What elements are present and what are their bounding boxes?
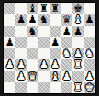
square-f2[interactable]: ♟: [61, 71, 72, 82]
square-c3[interactable]: [27, 59, 38, 70]
square-e3[interactable]: ♟: [50, 59, 61, 70]
square-b1[interactable]: [15, 82, 26, 93]
black-pawn-piece: ♟: [16, 14, 26, 25]
white-bishop-piece: ♝: [73, 14, 83, 25]
white-pawn-piece: ♟: [39, 59, 49, 70]
black-pawn-piece: ♟: [5, 37, 15, 48]
square-h4[interactable]: ♞: [84, 48, 95, 59]
black-knight-piece: ♞: [28, 26, 38, 37]
black-rook-piece: ♜: [39, 3, 49, 14]
square-d2[interactable]: [38, 71, 49, 82]
square-c4[interactable]: [27, 48, 38, 59]
square-c6[interactable]: ♞: [27, 26, 38, 37]
square-g2[interactable]: [72, 71, 83, 82]
white-pawn-piece: ♟: [5, 59, 15, 70]
square-g7[interactable]: ♝: [72, 14, 83, 25]
square-b3[interactable]: ♟: [15, 59, 26, 70]
square-a8[interactable]: [4, 3, 15, 14]
square-b2[interactable]: ♟: [15, 71, 26, 82]
square-h5[interactable]: [84, 37, 95, 48]
black-knight-piece: ♞: [39, 14, 49, 25]
square-d8[interactable]: ♜: [38, 3, 49, 14]
square-h2[interactable]: ♟: [84, 71, 95, 82]
white-pawn-piece: ♟: [84, 71, 94, 82]
square-e7[interactable]: [50, 14, 61, 25]
white-bishop-piece: ♝: [50, 71, 60, 82]
white-pawn-piece: ♟: [16, 71, 26, 82]
white-queen-piece: ♛: [28, 71, 38, 82]
black-pawn-piece: ♟: [50, 37, 60, 48]
square-g3[interactable]: ♜: [72, 59, 83, 70]
square-e2[interactable]: ♝: [50, 71, 61, 82]
white-rook-piece: ♜: [73, 82, 83, 93]
square-b4[interactable]: [15, 48, 26, 59]
square-a5[interactable]: ♟: [4, 37, 15, 48]
square-f1[interactable]: [61, 82, 72, 93]
square-c5[interactable]: [27, 37, 38, 48]
square-f3[interactable]: [61, 59, 72, 70]
square-g1[interactable]: ♜: [72, 82, 83, 93]
square-e1[interactable]: [50, 82, 61, 93]
white-pawn-piece: ♟: [62, 71, 72, 82]
square-c2[interactable]: ♛: [27, 71, 38, 82]
square-f7[interactable]: ♛: [61, 14, 72, 25]
white-pawn-piece: ♟: [50, 59, 60, 70]
square-c8[interactable]: ♝: [27, 3, 38, 14]
square-a3[interactable]: ♟: [4, 59, 15, 70]
square-a2[interactable]: [4, 71, 15, 82]
black-queen-piece: ♛: [62, 14, 72, 25]
square-g8[interactable]: ♚: [72, 3, 83, 14]
square-f6[interactable]: ♟: [61, 26, 72, 37]
square-d4[interactable]: [38, 48, 49, 59]
square-e5[interactable]: ♟: [50, 37, 61, 48]
white-king-piece: ♚: [84, 82, 94, 93]
square-d5[interactable]: [38, 37, 49, 48]
square-a4[interactable]: [4, 48, 15, 59]
square-a7[interactable]: [4, 14, 15, 25]
square-c7[interactable]: ♟: [27, 14, 38, 25]
white-knight-piece: ♞: [84, 48, 94, 59]
square-b5[interactable]: [15, 37, 26, 48]
black-bishop-piece: ♝: [28, 3, 38, 14]
black-king-piece: ♚: [73, 3, 83, 14]
chess-diagram: ♝♜♜♚♟♟♞♛♝♟♞♟♟♟♟♞♟♞♟♟♟♟♜♟♛♝♟♟♜♚: [0, 0, 99, 96]
white-rook-piece: ♜: [73, 59, 83, 70]
white-knight-piece: ♞: [62, 48, 72, 59]
chess-board: ♝♜♜♚♟♟♞♛♝♟♞♟♟♟♟♞♟♞♟♟♟♟♜♟♛♝♟♟♜♚: [3, 2, 96, 94]
square-d3[interactable]: ♟: [38, 59, 49, 70]
white-pawn-piece: ♟: [73, 48, 83, 59]
white-pawn-piece: ♟: [16, 59, 26, 70]
square-g5[interactable]: [72, 37, 83, 48]
square-d7[interactable]: ♞: [38, 14, 49, 25]
black-pawn-piece: ♟: [73, 26, 83, 37]
square-a6[interactable]: [4, 26, 15, 37]
square-b7[interactable]: ♟: [15, 14, 26, 25]
square-h8[interactable]: [84, 3, 95, 14]
square-h7[interactable]: ♟: [84, 14, 95, 25]
square-f8[interactable]: [61, 3, 72, 14]
square-c1[interactable]: [27, 82, 38, 93]
square-d1[interactable]: [38, 82, 49, 93]
square-b8[interactable]: [15, 3, 26, 14]
square-d6[interactable]: [38, 26, 49, 37]
square-a1[interactable]: [4, 82, 15, 93]
square-e4[interactable]: [50, 48, 61, 59]
black-rook-piece: ♜: [50, 3, 60, 14]
square-f4[interactable]: ♞: [61, 48, 72, 59]
square-h1[interactable]: ♚: [84, 82, 95, 93]
square-b6[interactable]: [15, 26, 26, 37]
black-pawn-piece: ♟: [28, 14, 38, 25]
square-g6[interactable]: ♟: [72, 26, 83, 37]
square-h3[interactable]: [84, 59, 95, 70]
black-pawn-piece: ♟: [62, 26, 72, 37]
square-e8[interactable]: ♜: [50, 3, 61, 14]
square-h6[interactable]: [84, 26, 95, 37]
square-e6[interactable]: [50, 26, 61, 37]
square-g4[interactable]: ♟: [72, 48, 83, 59]
black-pawn-piece: ♟: [84, 14, 94, 25]
square-f5[interactable]: [61, 37, 72, 48]
